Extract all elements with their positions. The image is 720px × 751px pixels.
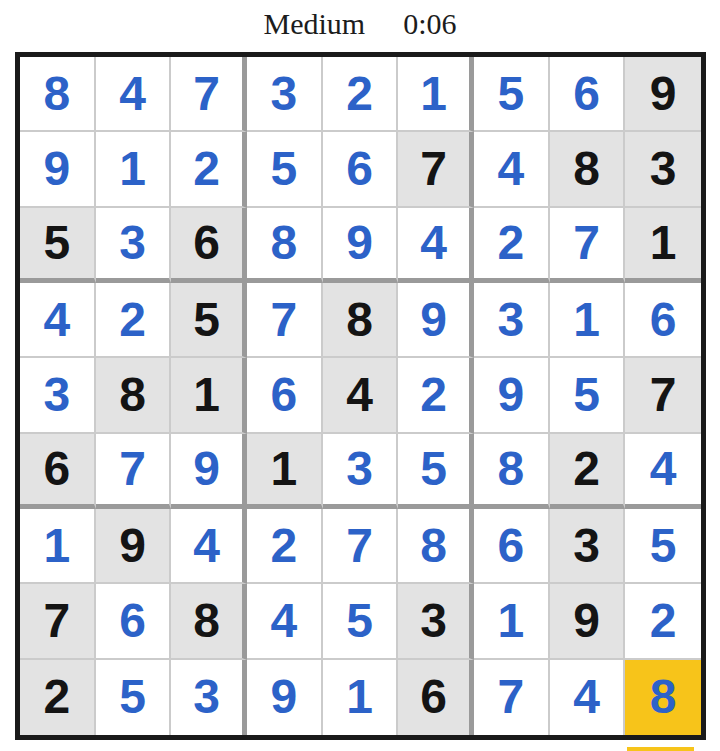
cell-r5c1[interactable]: 3 <box>20 358 96 433</box>
cell-r9c1[interactable]: 2 <box>20 660 96 735</box>
cell-r6c6[interactable]: 5 <box>398 434 474 509</box>
cell-r9c8[interactable]: 4 <box>550 660 626 735</box>
cell-r1c4[interactable]: 3 <box>247 57 323 132</box>
cell-r4c5[interactable]: 8 <box>323 283 399 358</box>
cell-r1c1[interactable]: 8 <box>20 57 96 132</box>
cell-r7c6[interactable]: 8 <box>398 509 474 584</box>
cell-r3c5[interactable]: 9 <box>323 208 399 283</box>
cell-r1c5[interactable]: 2 <box>323 57 399 132</box>
numpad-key-highlight-partial[interactable] <box>627 747 694 751</box>
cell-r4c3[interactable]: 5 <box>171 283 247 358</box>
cell-r7c4[interactable]: 2 <box>247 509 323 584</box>
difficulty-label: Medium <box>263 7 365 41</box>
cell-r6c3[interactable]: 9 <box>171 434 247 509</box>
cell-r4c8[interactable]: 1 <box>550 283 626 358</box>
cell-r8c4[interactable]: 4 <box>247 584 323 659</box>
cell-r3c3[interactable]: 6 <box>171 208 247 283</box>
cell-r3c2[interactable]: 3 <box>96 208 172 283</box>
cell-r8c7[interactable]: 1 <box>474 584 550 659</box>
cell-r9c2[interactable]: 5 <box>96 660 172 735</box>
cell-r5c5[interactable]: 4 <box>323 358 399 433</box>
cell-r8c8[interactable]: 9 <box>550 584 626 659</box>
cell-r5c3[interactable]: 1 <box>171 358 247 433</box>
cell-r4c1[interactable]: 4 <box>20 283 96 358</box>
cell-r6c8[interactable]: 2 <box>550 434 626 509</box>
cell-r4c2[interactable]: 2 <box>96 283 172 358</box>
cell-r3c1[interactable]: 5 <box>20 208 96 283</box>
cell-r1c2[interactable]: 4 <box>96 57 172 132</box>
cell-r7c9[interactable]: 5 <box>625 509 701 584</box>
cell-r2c3[interactable]: 2 <box>171 132 247 207</box>
cell-r9c7[interactable]: 7 <box>474 660 550 735</box>
game-header: Medium 0:06 <box>0 0 720 48</box>
cell-r7c3[interactable]: 4 <box>171 509 247 584</box>
sudoku-board: 8473215699125674835368942714257893163816… <box>15 52 706 740</box>
cell-r3c8[interactable]: 7 <box>550 208 626 283</box>
cell-r1c9[interactable]: 9 <box>625 57 701 132</box>
cell-r3c7[interactable]: 2 <box>474 208 550 283</box>
cell-r5c8[interactable]: 5 <box>550 358 626 433</box>
cell-r6c1[interactable]: 6 <box>20 434 96 509</box>
cell-r9c9[interactable]: 8 <box>625 660 701 735</box>
cell-r9c4[interactable]: 9 <box>247 660 323 735</box>
cell-r3c4[interactable]: 8 <box>247 208 323 283</box>
timer: 0:06 <box>403 7 456 41</box>
cell-r2c7[interactable]: 4 <box>474 132 550 207</box>
cell-r8c5[interactable]: 5 <box>323 584 399 659</box>
cell-r4c4[interactable]: 7 <box>247 283 323 358</box>
cell-r3c9[interactable]: 1 <box>625 208 701 283</box>
cell-r8c9[interactable]: 2 <box>625 584 701 659</box>
cell-r9c5[interactable]: 1 <box>323 660 399 735</box>
cell-r7c1[interactable]: 1 <box>20 509 96 584</box>
cell-r8c1[interactable]: 7 <box>20 584 96 659</box>
cell-r1c6[interactable]: 1 <box>398 57 474 132</box>
cell-r4c6[interactable]: 9 <box>398 283 474 358</box>
cell-r5c4[interactable]: 6 <box>247 358 323 433</box>
cell-r6c7[interactable]: 8 <box>474 434 550 509</box>
cell-r2c5[interactable]: 6 <box>323 132 399 207</box>
cell-r6c5[interactable]: 3 <box>323 434 399 509</box>
cell-r2c2[interactable]: 1 <box>96 132 172 207</box>
cell-r5c9[interactable]: 7 <box>625 358 701 433</box>
cell-r1c3[interactable]: 7 <box>171 57 247 132</box>
cell-r3c6[interactable]: 4 <box>398 208 474 283</box>
cell-r8c2[interactable]: 6 <box>96 584 172 659</box>
cell-r2c9[interactable]: 3 <box>625 132 701 207</box>
cell-r5c2[interactable]: 8 <box>96 358 172 433</box>
cell-r6c9[interactable]: 4 <box>625 434 701 509</box>
cell-r7c8[interactable]: 3 <box>550 509 626 584</box>
cell-r9c6[interactable]: 6 <box>398 660 474 735</box>
cell-r9c3[interactable]: 3 <box>171 660 247 735</box>
cell-r4c7[interactable]: 3 <box>474 283 550 358</box>
cell-r7c7[interactable]: 6 <box>474 509 550 584</box>
cell-r7c2[interactable]: 9 <box>96 509 172 584</box>
cell-r4c9[interactable]: 6 <box>625 283 701 358</box>
cell-r8c3[interactable]: 8 <box>171 584 247 659</box>
cell-r7c5[interactable]: 7 <box>323 509 399 584</box>
cell-r2c1[interactable]: 9 <box>20 132 96 207</box>
cell-r6c2[interactable]: 7 <box>96 434 172 509</box>
cell-r2c6[interactable]: 7 <box>398 132 474 207</box>
cell-r6c4[interactable]: 1 <box>247 434 323 509</box>
cell-r2c8[interactable]: 8 <box>550 132 626 207</box>
cell-r5c6[interactable]: 2 <box>398 358 474 433</box>
cell-r2c4[interactable]: 5 <box>247 132 323 207</box>
cell-r1c8[interactable]: 6 <box>550 57 626 132</box>
cell-r1c7[interactable]: 5 <box>474 57 550 132</box>
cell-r8c6[interactable]: 3 <box>398 584 474 659</box>
cell-r5c7[interactable]: 9 <box>474 358 550 433</box>
